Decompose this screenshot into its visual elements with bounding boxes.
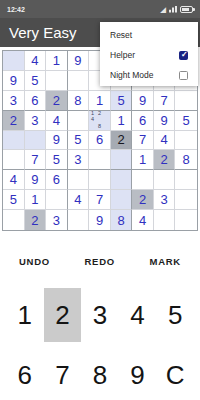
keypad-row-2: 6789C <box>0 348 200 400</box>
cell-r6c7[interactable] <box>154 170 176 190</box>
mark-button[interactable]: MARK <box>149 256 181 267</box>
menu-item-label: Reset <box>110 30 132 40</box>
cell-r1c3[interactable] <box>68 71 90 91</box>
cell-r5c5[interactable] <box>111 150 133 170</box>
cell-r5c6[interactable]: 1 <box>132 150 154 170</box>
cell-r4c7[interactable]: 4 <box>154 131 176 151</box>
cell-r7c4[interactable]: 7 <box>89 190 111 210</box>
cell-r6c0[interactable]: 4 <box>3 170 25 190</box>
menu-item-night-mode[interactable]: Night Mode <box>100 65 198 85</box>
cell-r3c3[interactable] <box>68 111 90 131</box>
cell-r7c8[interactable] <box>175 190 197 210</box>
cell-r4c2[interactable]: 9 <box>46 131 68 151</box>
page-title: Very Easy <box>9 24 77 41</box>
digit-key-9[interactable]: 9 <box>119 348 157 400</box>
cell-r7c6[interactable]: 2 <box>132 190 154 210</box>
cell-r4c4[interactable]: 6 <box>89 131 111 151</box>
status-bar: 12:42 ◢ <box>0 0 200 18</box>
cell-r0c1[interactable]: 4 <box>25 51 47 71</box>
cell-r6c8[interactable] <box>175 170 197 190</box>
digit-key-3[interactable]: 3 <box>81 288 119 342</box>
digit-key-8[interactable]: 8 <box>81 348 119 400</box>
cell-r7c3[interactable]: 4 <box>68 190 90 210</box>
cell-r8c1[interactable]: 2 <box>25 210 47 230</box>
cell-r5c7[interactable]: 2 <box>154 150 176 170</box>
cell-r4c0[interactable] <box>3 131 25 151</box>
menu-item-helper[interactable]: Helper <box>100 45 198 65</box>
cell-r2c0[interactable]: 3 <box>3 91 25 111</box>
redo-button[interactable]: REDO <box>84 256 115 267</box>
options-menu: ResetHelperNight Mode <box>100 22 198 86</box>
cell-r5c0[interactable] <box>3 150 25 170</box>
cell-r6c1[interactable]: 9 <box>25 170 47 190</box>
digit-key-5[interactable]: 5 <box>156 288 194 342</box>
cell-r8c3[interactable] <box>68 210 90 230</box>
cell-r5c4[interactable] <box>89 150 111 170</box>
cell-r2c1[interactable]: 6 <box>25 91 47 111</box>
cell-r7c7[interactable]: 3 <box>154 190 176 210</box>
keypad-row-1: 12345 <box>0 288 200 342</box>
cell-r4c6[interactable]: 7 <box>132 131 154 151</box>
cell-r4c3[interactable]: 5 <box>68 131 90 151</box>
cell-r7c1[interactable]: 1 <box>25 190 47 210</box>
cell-r2c5[interactable]: 5 <box>111 91 133 111</box>
cell-r1c2[interactable] <box>46 71 68 91</box>
cell-r4c8[interactable] <box>175 131 197 151</box>
cell-r2c7[interactable]: 7 <box>154 91 176 111</box>
cell-r5c2[interactable]: 5 <box>46 150 68 170</box>
sudoku-app-screen: 12:42 ◢ Very Easy 4199536281597234124816… <box>0 0 200 400</box>
checkbox-checked-icon[interactable] <box>179 51 188 60</box>
cell-r5c3[interactable]: 3 <box>68 150 90 170</box>
cell-r0c3[interactable]: 9 <box>68 51 90 71</box>
cell-r2c2[interactable]: 2 <box>46 91 68 111</box>
status-icons: ◢ <box>161 6 193 13</box>
cell-r3c6[interactable]: 6 <box>132 111 154 131</box>
cell-r3c0[interactable]: 2 <box>3 111 25 131</box>
menu-item-label: Night Mode <box>110 70 153 80</box>
cell-r4c5[interactable]: 2 <box>111 131 133 151</box>
cell-r4c1[interactable] <box>25 131 47 151</box>
digit-key-7[interactable]: 7 <box>44 348 82 400</box>
cell-r0c2[interactable]: 1 <box>46 51 68 71</box>
cell-r0c0[interactable] <box>3 51 25 71</box>
clock: 12:42 <box>7 6 25 13</box>
cell-r6c5[interactable] <box>111 170 133 190</box>
cell-r1c0[interactable]: 9 <box>3 71 25 91</box>
clear-key[interactable]: C <box>156 348 194 400</box>
cell-r3c1[interactable]: 3 <box>25 111 47 131</box>
battery-icon <box>180 6 193 13</box>
cell-r8c0[interactable] <box>3 210 25 230</box>
cell-r1c1[interactable]: 5 <box>25 71 47 91</box>
cell-r7c5[interactable] <box>111 190 133 210</box>
menu-item-reset[interactable]: Reset <box>100 25 198 45</box>
cell-r6c2[interactable]: 6 <box>46 170 68 190</box>
cell-r6c3[interactable] <box>68 170 90 190</box>
cell-r3c7[interactable]: 9 <box>154 111 176 131</box>
cell-r3c8[interactable]: 5 <box>175 111 197 131</box>
action-bar: UNDOREDOMARK <box>0 250 200 272</box>
cell-r8c6[interactable]: 4 <box>132 210 154 230</box>
undo-button[interactable]: UNDO <box>19 256 50 267</box>
cell-r8c4[interactable]: 9 <box>89 210 111 230</box>
cell-r3c4[interactable]: 1248 <box>89 111 111 131</box>
menu-item-label: Helper <box>110 50 135 60</box>
cell-r2c3[interactable]: 8 <box>68 91 90 111</box>
signal-triangle-icon: ◢ <box>161 6 166 13</box>
cell-r7c2[interactable] <box>46 190 68 210</box>
cell-r8c7[interactable] <box>154 210 176 230</box>
cell-r2c4[interactable]: 1 <box>89 91 111 111</box>
cell-r2c8[interactable] <box>175 91 197 111</box>
cell-r5c1[interactable]: 7 <box>25 150 47 170</box>
cell-r2c6[interactable]: 9 <box>132 91 154 111</box>
cell-r7c0[interactable]: 5 <box>3 190 25 210</box>
cell-r5c8[interactable]: 8 <box>175 150 197 170</box>
checkbox-unchecked-icon[interactable] <box>179 71 188 80</box>
digit-key-2[interactable]: 2 <box>44 288 82 342</box>
cell-bars-icon <box>169 6 177 13</box>
pencil-marks: 1248 <box>89 111 110 130</box>
digit-key-4[interactable]: 4 <box>119 288 157 342</box>
cell-r8c8[interactable] <box>175 210 197 230</box>
digit-key-6[interactable]: 6 <box>6 348 44 400</box>
digit-key-1[interactable]: 1 <box>6 288 44 342</box>
cell-r6c6[interactable] <box>132 170 154 190</box>
cell-r3c5[interactable]: 1 <box>111 111 133 131</box>
cell-r8c2[interactable]: 3 <box>46 210 68 230</box>
cell-r3c2[interactable]: 4 <box>46 111 68 131</box>
cell-r8c5[interactable]: 8 <box>111 210 133 230</box>
cell-r6c4[interactable] <box>89 170 111 190</box>
